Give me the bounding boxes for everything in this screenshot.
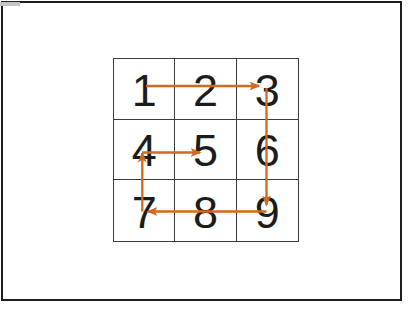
grid-cell-r2c3: 6 [237, 120, 298, 181]
slide-canvas: 1 2 3 4 5 6 7 8 9 [0, 0, 408, 309]
grid-cell-r3c1: 7 [114, 180, 175, 241]
number-grid: 1 2 3 4 5 6 7 8 9 [113, 58, 299, 242]
grid-cell-r1c3: 3 [237, 59, 298, 120]
grid-cell-r2c1: 4 [114, 120, 175, 181]
grid-cell-r1c1: 1 [114, 59, 175, 120]
grid-cell-r3c3: 9 [237, 180, 298, 241]
grid-cell-r1c2: 2 [175, 59, 236, 120]
border-notch [0, 2, 20, 6]
grid-cell-r3c2: 8 [175, 180, 236, 241]
grid-cell-r2c2: 5 [175, 120, 236, 181]
